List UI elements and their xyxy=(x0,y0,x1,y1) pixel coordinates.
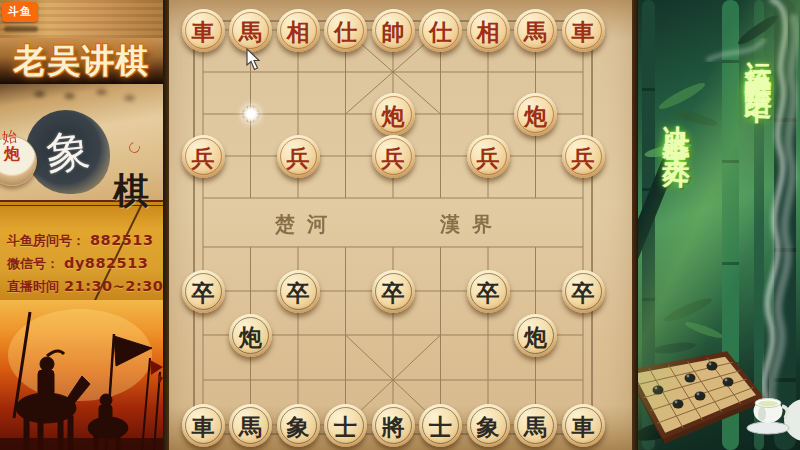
douyu-logo-subtext xyxy=(4,26,38,32)
piece-character: 卒 xyxy=(572,281,595,304)
left-panel: 斗鱼 老吴讲棋 象 棋 炮 始 斗鱼房间号：882513 微信号：dy88251… xyxy=(0,0,163,450)
piece-black-general[interactable]: 將 xyxy=(372,404,415,447)
piece-character: 卒 xyxy=(192,281,215,304)
chess-poster: 象 棋 炮 始 xyxy=(0,84,163,200)
battle-artwork xyxy=(0,300,163,450)
piece-red-chariot[interactable]: 車 xyxy=(562,9,605,52)
piece-black-soldier[interactable]: 卒 xyxy=(467,270,510,313)
piece-character: 炮 xyxy=(524,325,547,348)
schedule-time: 21:30~2:30 xyxy=(64,278,163,294)
room-label: 斗鱼房间号： xyxy=(7,233,85,248)
piece-red-elephant[interactable]: 相 xyxy=(277,9,320,52)
river-label-han: 漢界 xyxy=(440,211,504,238)
piece-black-cannon[interactable]: 炮 xyxy=(514,314,557,357)
piece-black-chariot[interactable]: 車 xyxy=(562,404,605,447)
piece-character: 卒 xyxy=(287,281,310,304)
piece-character: 兵 xyxy=(572,146,595,169)
piece-character: 兵 xyxy=(287,146,310,169)
piece-black-advisor[interactable]: 士 xyxy=(419,404,462,447)
piece-red-soldier[interactable]: 兵 xyxy=(182,135,225,178)
right-panel: 运筹帷幄之中 决胜千里之外 xyxy=(638,0,800,450)
piece-character: 象 xyxy=(287,415,310,438)
piece-black-chariot[interactable]: 車 xyxy=(182,404,225,447)
slogan-right-column: 运筹帷幄之中 xyxy=(740,40,776,82)
piece-red-advisor[interactable]: 仕 xyxy=(324,9,367,52)
piece-black-soldier[interactable]: 卒 xyxy=(182,270,225,313)
piece-character: 馬 xyxy=(524,20,547,43)
river-label-chu: 楚河 xyxy=(275,211,339,238)
piece-black-horse[interactable]: 馬 xyxy=(514,404,557,447)
piece-red-chariot[interactable]: 車 xyxy=(182,9,225,52)
piece-black-soldier[interactable]: 卒 xyxy=(562,270,605,313)
piece-character: 將 xyxy=(382,415,405,438)
piece-character: 卒 xyxy=(382,281,405,304)
piece-character: 車 xyxy=(572,20,595,43)
piece-character: 帥 xyxy=(382,20,405,43)
douyu-logo: 斗鱼 xyxy=(2,2,38,22)
piece-character: 相 xyxy=(477,20,500,43)
piece-character: 車 xyxy=(192,415,215,438)
piece-red-advisor[interactable]: 仕 xyxy=(419,9,462,52)
wechat-id: dy882513 xyxy=(64,255,148,271)
stream-screenshot: 斗鱼 老吴讲棋 象 棋 炮 始 斗鱼房间号：882513 微信号：dy88251… xyxy=(0,0,800,450)
xiangqi-board[interactable]: 楚河 漢界 車馬相仕帥仕相馬車炮炮兵兵兵兵兵卒卒卒卒卒炮炮車馬象士將士象馬車 xyxy=(163,0,638,450)
piece-black-soldier[interactable]: 卒 xyxy=(277,270,320,313)
board-grid xyxy=(163,0,638,450)
piece-red-general[interactable]: 帥 xyxy=(372,9,415,52)
piece-character: 仕 xyxy=(334,20,357,43)
piece-red-horse[interactable]: 馬 xyxy=(229,9,272,52)
piece-character: 象 xyxy=(477,415,500,438)
title-banner: 老吴讲棋 xyxy=(0,38,163,84)
poster-blur-spots xyxy=(34,91,45,97)
piece-character: 卒 xyxy=(477,281,500,304)
qi-calligraphy-char: 棋 xyxy=(113,167,149,216)
piece-red-horse[interactable]: 馬 xyxy=(514,9,557,52)
red-swirl-mark xyxy=(127,140,142,155)
wechat-label: 微信号： xyxy=(7,256,59,271)
board-frame-left xyxy=(163,0,169,450)
red-seal-char: 始 xyxy=(1,127,18,148)
piece-red-soldier[interactable]: 兵 xyxy=(562,135,605,178)
piece-black-elephant[interactable]: 象 xyxy=(467,404,510,447)
info-line-wechat: 微信号：dy882513 xyxy=(0,255,163,273)
piece-character: 兵 xyxy=(477,146,500,169)
piece-red-soldier[interactable]: 兵 xyxy=(372,135,415,178)
piece-red-elephant[interactable]: 相 xyxy=(467,9,510,52)
info-line-room: 斗鱼房间号：882513 xyxy=(0,232,163,250)
piece-black-advisor[interactable]: 士 xyxy=(324,404,367,447)
piece-character: 車 xyxy=(572,415,595,438)
piece-black-cannon[interactable]: 炮 xyxy=(229,314,272,357)
piece-character: 炮 xyxy=(382,104,405,127)
piece-red-soldier[interactable]: 兵 xyxy=(277,135,320,178)
piece-character: 士 xyxy=(429,415,452,438)
piece-character: 兵 xyxy=(192,146,215,169)
schedule-label: 直播时间 xyxy=(7,279,59,294)
piece-character: 士 xyxy=(334,415,357,438)
streamer-title: 老吴讲棋 xyxy=(14,39,150,84)
info-line-schedule: 直播时间21:30~2:30 xyxy=(0,278,163,296)
piece-character: 馬 xyxy=(524,415,547,438)
piece-character: 車 xyxy=(192,20,215,43)
board-frame-right xyxy=(632,0,638,450)
mouse-cursor-icon xyxy=(246,48,264,76)
piece-character: 馬 xyxy=(239,20,262,43)
piece-red-cannon[interactable]: 炮 xyxy=(514,93,557,136)
piece-character: 相 xyxy=(287,20,310,43)
piece-character: 兵 xyxy=(382,146,405,169)
piece-character: 仕 xyxy=(429,20,452,43)
move-origin-marker xyxy=(242,105,260,123)
piece-black-elephant[interactable]: 象 xyxy=(277,404,320,447)
piece-red-soldier[interactable]: 兵 xyxy=(467,135,510,178)
piece-character: 馬 xyxy=(239,415,262,438)
piece-character: 炮 xyxy=(239,325,262,348)
piece-black-soldier[interactable]: 卒 xyxy=(372,270,415,313)
slogan-left-column: 决胜千里之外 xyxy=(658,104,694,146)
xiang-calligraphy-char: 象 xyxy=(43,120,93,183)
ink-blob: 象 xyxy=(26,110,110,194)
piece-character: 炮 xyxy=(524,104,547,127)
wood-header: 斗鱼 xyxy=(0,0,163,38)
piece-black-horse[interactable]: 馬 xyxy=(229,404,272,447)
piece-red-cannon[interactable]: 炮 xyxy=(372,93,415,136)
room-number: 882513 xyxy=(90,232,154,248)
battle-silhouette-art xyxy=(0,300,163,450)
